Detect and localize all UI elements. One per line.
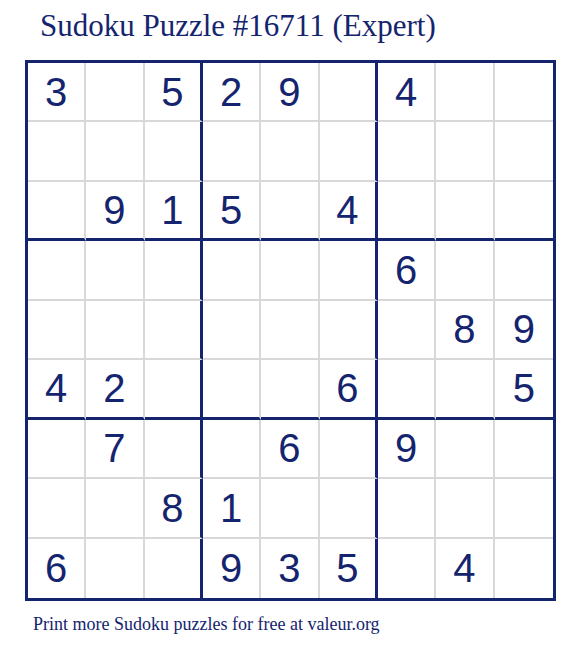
cell-r4c2 [86, 241, 144, 300]
footer-text: Print more Sudoku puzzles for free at va… [33, 614, 380, 635]
cell-r3c8 [436, 182, 494, 241]
cell-r9c7 [378, 539, 436, 598]
cell-r7c4 [203, 420, 261, 479]
cell-r6c3 [145, 360, 203, 419]
cell-r5c9: 9 [495, 301, 553, 360]
cell-r5c5 [261, 301, 319, 360]
cell-r4c7: 6 [378, 241, 436, 300]
cell-r8c6 [320, 479, 378, 538]
cell-r8c5 [261, 479, 319, 538]
cell-r1c2 [86, 63, 144, 122]
cell-r5c1 [28, 301, 86, 360]
cell-r7c3 [145, 420, 203, 479]
cell-r6c9: 5 [495, 360, 553, 419]
cell-r5c4 [203, 301, 261, 360]
cell-r6c6: 6 [320, 360, 378, 419]
cell-r8c9 [495, 479, 553, 538]
cell-r5c2 [86, 301, 144, 360]
cell-r3c1 [28, 182, 86, 241]
cell-r2c5 [261, 122, 319, 181]
cell-r2c9 [495, 122, 553, 181]
cell-r9c3 [145, 539, 203, 598]
cell-r3c2: 9 [86, 182, 144, 241]
cell-r1c7: 4 [378, 63, 436, 122]
cell-r6c5 [261, 360, 319, 419]
cell-r7c7: 9 [378, 420, 436, 479]
cell-r5c6 [320, 301, 378, 360]
cell-r9c4: 9 [203, 539, 261, 598]
page-title: Sudoku Puzzle #16711 (Expert) [40, 8, 436, 44]
cell-r2c7 [378, 122, 436, 181]
cell-r7c5: 6 [261, 420, 319, 479]
cell-r1c4: 2 [203, 63, 261, 122]
cell-r4c3 [145, 241, 203, 300]
cell-r3c4: 5 [203, 182, 261, 241]
cell-r9c1: 6 [28, 539, 86, 598]
cell-r2c3 [145, 122, 203, 181]
cell-r2c4 [203, 122, 261, 181]
cell-r3c6: 4 [320, 182, 378, 241]
cell-r7c6 [320, 420, 378, 479]
cell-r3c3: 1 [145, 182, 203, 241]
cell-r4c1 [28, 241, 86, 300]
cell-r7c2: 7 [86, 420, 144, 479]
cell-r8c1 [28, 479, 86, 538]
cell-r3c7 [378, 182, 436, 241]
cell-r8c8 [436, 479, 494, 538]
cell-r9c8: 4 [436, 539, 494, 598]
cell-r9c2 [86, 539, 144, 598]
cell-r9c9 [495, 539, 553, 598]
cell-r1c8 [436, 63, 494, 122]
cell-r1c1: 3 [28, 63, 86, 122]
cell-r5c3 [145, 301, 203, 360]
cell-r8c7 [378, 479, 436, 538]
cell-r2c6 [320, 122, 378, 181]
cell-r2c1 [28, 122, 86, 181]
cell-r7c9 [495, 420, 553, 479]
cell-r2c2 [86, 122, 144, 181]
cell-r1c9 [495, 63, 553, 122]
cell-r4c4 [203, 241, 261, 300]
cell-r9c6: 5 [320, 539, 378, 598]
cell-r5c8: 8 [436, 301, 494, 360]
cell-r8c2 [86, 479, 144, 538]
cell-r1c5: 9 [261, 63, 319, 122]
cell-r9c5: 3 [261, 539, 319, 598]
cell-r4c8 [436, 241, 494, 300]
cell-r6c1: 4 [28, 360, 86, 419]
cell-r1c3: 5 [145, 63, 203, 122]
cell-r6c7 [378, 360, 436, 419]
cell-r6c2: 2 [86, 360, 144, 419]
sudoku-page: Sudoku Puzzle #16711 (Expert) 3529491546… [0, 0, 580, 651]
cell-r4c6 [320, 241, 378, 300]
cell-r7c8 [436, 420, 494, 479]
cell-r8c3: 8 [145, 479, 203, 538]
cell-r3c9 [495, 182, 553, 241]
cell-r4c5 [261, 241, 319, 300]
cell-r2c8 [436, 122, 494, 181]
cell-r8c4: 1 [203, 479, 261, 538]
cell-r1c6 [320, 63, 378, 122]
cell-r6c4 [203, 360, 261, 419]
sudoku-board: 35294915468942657698169354 [25, 60, 556, 601]
cell-r7c1 [28, 420, 86, 479]
cell-r5c7 [378, 301, 436, 360]
cell-r4c9 [495, 241, 553, 300]
cell-r3c5 [261, 182, 319, 241]
cell-r6c8 [436, 360, 494, 419]
